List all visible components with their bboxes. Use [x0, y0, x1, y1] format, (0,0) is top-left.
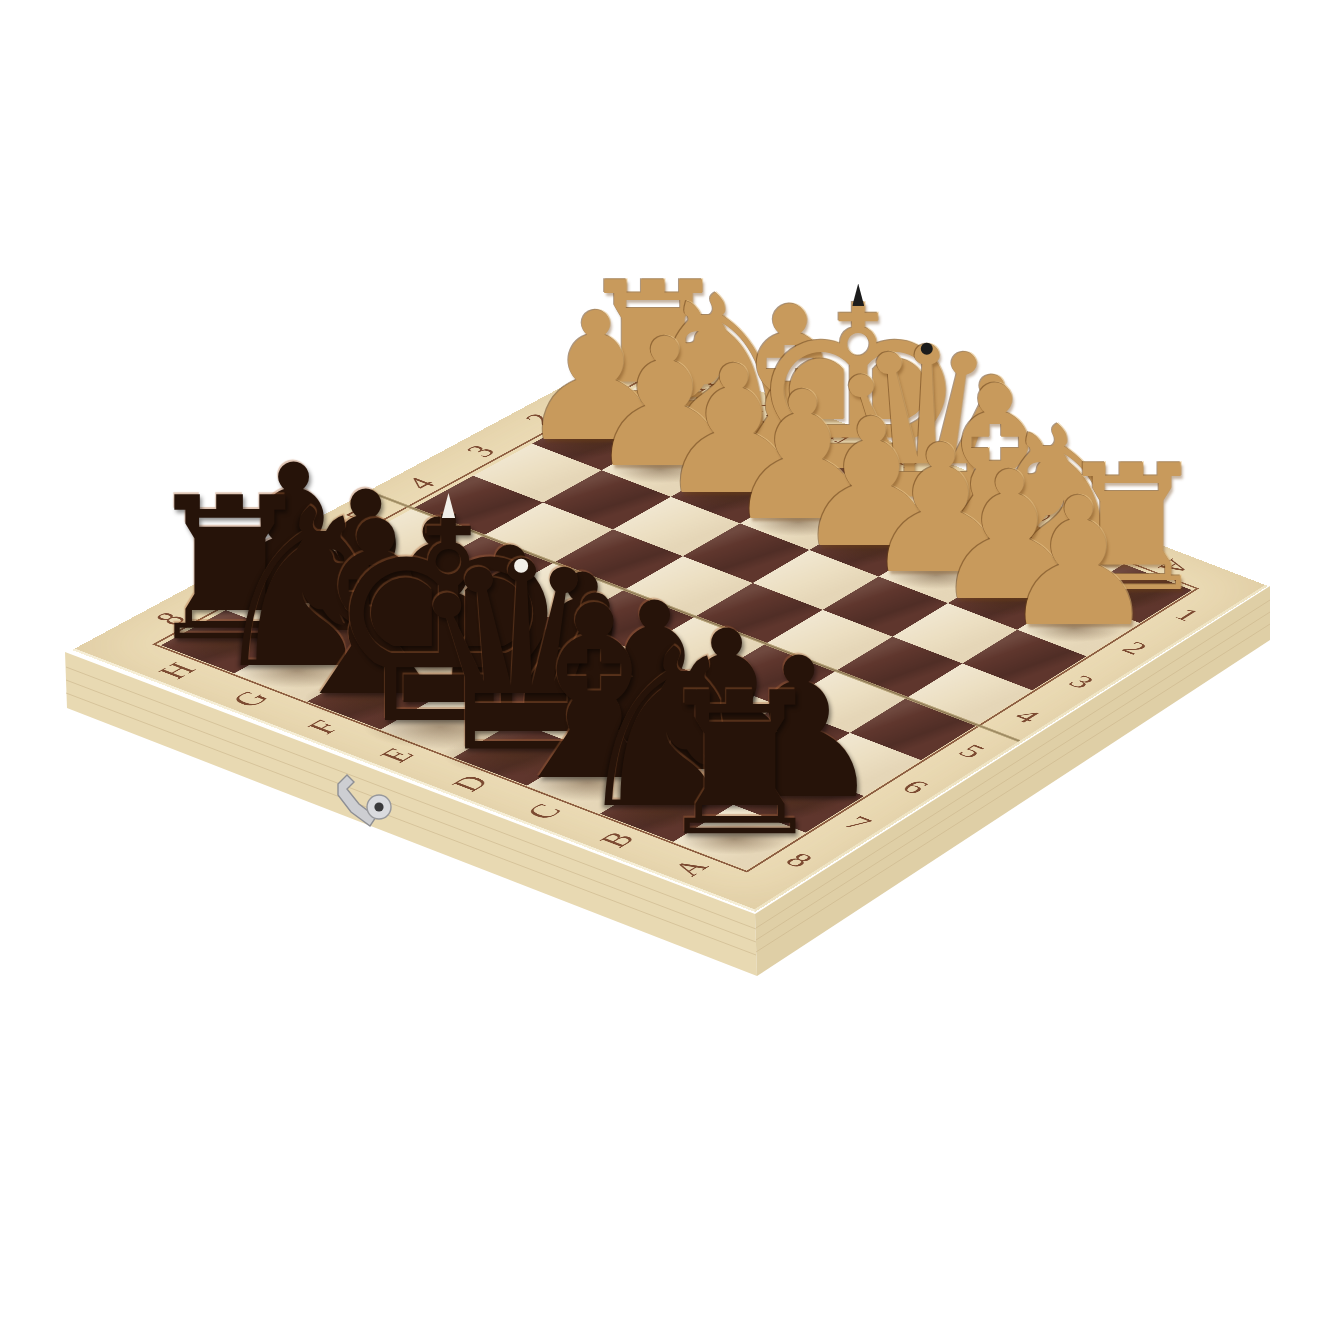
rank-label: 3	[1063, 672, 1100, 692]
piece-black-rook[interactable]: ♜	[651, 668, 828, 865]
rank-label: 4	[1009, 706, 1047, 726]
piece-white-pawn[interactable]: ♟	[999, 474, 1158, 651]
rank-label: 6	[896, 776, 935, 797]
chess-piece-glyph: ♜	[651, 668, 828, 865]
rank-label: 3	[460, 442, 501, 460]
product-photo-scene: HHGGFFEEDDCCBBAA1122334455667788 ♜♞♝♛♚♝♞…	[0, 0, 1324, 1324]
chess-piece-glyph: ♟	[999, 474, 1158, 651]
rank-label: 5	[953, 741, 991, 761]
